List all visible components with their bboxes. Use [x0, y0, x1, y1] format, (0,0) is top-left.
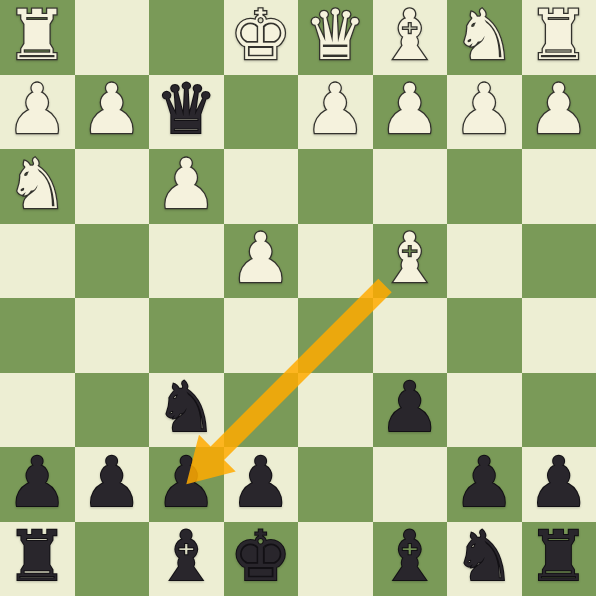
square-g1[interactable]: [75, 0, 150, 75]
square-f4[interactable]: [149, 224, 224, 299]
square-d3[interactable]: [298, 149, 373, 224]
square-a4[interactable]: [522, 224, 596, 299]
square-e3[interactable]: [224, 149, 299, 224]
square-a3[interactable]: [522, 149, 596, 224]
square-h5[interactable]: [0, 298, 75, 373]
black-rook[interactable]: ♜: [528, 522, 590, 591]
square-g6[interactable]: [75, 373, 150, 448]
square-h3[interactable]: ♞: [0, 149, 75, 224]
white-bishop[interactable]: ♝: [379, 1, 441, 70]
black-pawn[interactable]: ♟: [81, 448, 143, 517]
square-f2[interactable]: ♛: [149, 75, 224, 150]
square-b2[interactable]: ♟: [447, 75, 522, 150]
square-c2[interactable]: ♟: [373, 75, 448, 150]
white-pawn[interactable]: ♟: [304, 75, 366, 144]
white-rook[interactable]: ♜: [528, 1, 590, 70]
white-pawn[interactable]: ♟: [528, 75, 590, 144]
square-g7[interactable]: ♟: [75, 447, 150, 522]
square-e7[interactable]: ♟: [224, 447, 299, 522]
square-d4[interactable]: [298, 224, 373, 299]
square-g3[interactable]: [75, 149, 150, 224]
square-b1[interactable]: ♞: [447, 0, 522, 75]
black-pawn[interactable]: ♟: [528, 448, 590, 517]
black-knight[interactable]: ♞: [155, 373, 217, 442]
square-g8[interactable]: [75, 522, 150, 596]
chess-board-wrap: ♜♚♛♝♞♜♟♟♛♟♟♟♟♞♟♟♝♞♟♟♟♟♟♟♟♜♝♚♝♞♜: [0, 0, 596, 596]
square-c3[interactable]: [373, 149, 448, 224]
black-pawn[interactable]: ♟: [453, 448, 515, 517]
square-a6[interactable]: [522, 373, 596, 448]
square-d1[interactable]: ♛: [298, 0, 373, 75]
square-c5[interactable]: [373, 298, 448, 373]
white-knight[interactable]: ♞: [453, 1, 515, 70]
white-queen[interactable]: ♛: [304, 1, 366, 70]
square-c1[interactable]: ♝: [373, 0, 448, 75]
square-e8[interactable]: ♚: [224, 522, 299, 596]
square-a7[interactable]: ♟: [522, 447, 596, 522]
square-c4[interactable]: ♝: [373, 224, 448, 299]
square-f5[interactable]: [149, 298, 224, 373]
black-queen[interactable]: ♛: [155, 75, 217, 144]
square-h8[interactable]: ♜: [0, 522, 75, 596]
square-h6[interactable]: [0, 373, 75, 448]
black-pawn[interactable]: ♟: [379, 373, 441, 442]
square-b3[interactable]: [447, 149, 522, 224]
white-pawn[interactable]: ♟: [230, 224, 292, 293]
square-a5[interactable]: [522, 298, 596, 373]
black-rook[interactable]: ♜: [6, 522, 68, 591]
black-bishop[interactable]: ♝: [379, 522, 441, 591]
square-h4[interactable]: [0, 224, 75, 299]
square-f1[interactable]: [149, 0, 224, 75]
black-knight[interactable]: ♞: [453, 522, 515, 591]
white-pawn[interactable]: ♟: [379, 75, 441, 144]
square-h7[interactable]: ♟: [0, 447, 75, 522]
black-pawn[interactable]: ♟: [230, 448, 292, 517]
white-rook[interactable]: ♜: [6, 1, 68, 70]
square-d6[interactable]: [298, 373, 373, 448]
square-e6[interactable]: [224, 373, 299, 448]
square-c7[interactable]: [373, 447, 448, 522]
square-d7[interactable]: [298, 447, 373, 522]
black-pawn[interactable]: ♟: [155, 448, 217, 517]
square-h2[interactable]: ♟: [0, 75, 75, 150]
chess-board: ♜♚♛♝♞♜♟♟♛♟♟♟♟♞♟♟♝♞♟♟♟♟♟♟♟♜♝♚♝♞♜: [0, 0, 596, 596]
square-e1[interactable]: ♚: [224, 0, 299, 75]
square-b7[interactable]: ♟: [447, 447, 522, 522]
square-e4[interactable]: ♟: [224, 224, 299, 299]
square-b6[interactable]: [447, 373, 522, 448]
white-pawn[interactable]: ♟: [81, 75, 143, 144]
square-f3[interactable]: ♟: [149, 149, 224, 224]
square-g5[interactable]: [75, 298, 150, 373]
square-b8[interactable]: ♞: [447, 522, 522, 596]
square-g2[interactable]: ♟: [75, 75, 150, 150]
white-bishop[interactable]: ♝: [379, 224, 441, 293]
black-bishop[interactable]: ♝: [155, 522, 217, 591]
white-pawn[interactable]: ♟: [155, 150, 217, 219]
square-a8[interactable]: ♜: [522, 522, 596, 596]
square-a1[interactable]: ♜: [522, 0, 596, 75]
white-knight[interactable]: ♞: [6, 150, 68, 219]
white-pawn[interactable]: ♟: [453, 75, 515, 144]
white-pawn[interactable]: ♟: [6, 75, 68, 144]
square-b5[interactable]: [447, 298, 522, 373]
square-e2[interactable]: [224, 75, 299, 150]
square-c8[interactable]: ♝: [373, 522, 448, 596]
square-g4[interactable]: [75, 224, 150, 299]
square-d5[interactable]: [298, 298, 373, 373]
black-pawn[interactable]: ♟: [6, 448, 68, 517]
square-d8[interactable]: [298, 522, 373, 596]
square-e5[interactable]: [224, 298, 299, 373]
square-d2[interactable]: ♟: [298, 75, 373, 150]
black-king[interactable]: ♚: [230, 522, 292, 591]
square-h1[interactable]: ♜: [0, 0, 75, 75]
square-f6[interactable]: ♞: [149, 373, 224, 448]
square-b4[interactable]: [447, 224, 522, 299]
square-f8[interactable]: ♝: [149, 522, 224, 596]
white-king[interactable]: ♚: [230, 1, 292, 70]
square-c6[interactable]: ♟: [373, 373, 448, 448]
square-f7[interactable]: ♟: [149, 447, 224, 522]
square-a2[interactable]: ♟: [522, 75, 596, 150]
